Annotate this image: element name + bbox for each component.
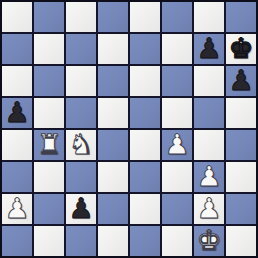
square-e5[interactable]	[130, 98, 160, 128]
square-g3[interactable]: ♟	[194, 162, 224, 192]
piece-white-pawn[interactable]: ♟	[2, 194, 32, 224]
square-b3[interactable]	[34, 162, 64, 192]
piece-black-pawn[interactable]: ♟	[66, 194, 96, 224]
square-b4[interactable]: ♜	[34, 130, 64, 160]
piece-white-pawn[interactable]: ♟	[162, 130, 192, 160]
square-e2[interactable]	[130, 194, 160, 224]
piece-black-pawn[interactable]: ♟	[226, 66, 256, 96]
square-g7[interactable]: ♟	[194, 34, 224, 64]
square-g2[interactable]: ♟	[194, 194, 224, 224]
square-a3[interactable]	[2, 162, 32, 192]
square-h6[interactable]: ♟	[226, 66, 256, 96]
square-c4[interactable]: ♞	[66, 130, 96, 160]
square-e7[interactable]	[130, 34, 160, 64]
square-b6[interactable]	[34, 66, 64, 96]
square-e8[interactable]	[130, 2, 160, 32]
square-c7[interactable]	[66, 34, 96, 64]
piece-white-king[interactable]: ♚	[194, 226, 224, 256]
square-f2[interactable]	[162, 194, 192, 224]
square-f8[interactable]	[162, 2, 192, 32]
square-b7[interactable]	[34, 34, 64, 64]
square-g5[interactable]	[194, 98, 224, 128]
square-a5[interactable]: ♟	[2, 98, 32, 128]
chess-board: ♟♚♟♟♜♞♟♟♟♟♟♚	[0, 0, 258, 258]
square-e6[interactable]	[130, 66, 160, 96]
square-h2[interactable]	[226, 194, 256, 224]
square-d8[interactable]	[98, 2, 128, 32]
square-b2[interactable]	[34, 194, 64, 224]
square-f1[interactable]	[162, 226, 192, 256]
square-g8[interactable]	[194, 2, 224, 32]
piece-black-pawn[interactable]: ♟	[194, 34, 224, 64]
square-b5[interactable]	[34, 98, 64, 128]
square-a2[interactable]: ♟	[2, 194, 32, 224]
square-f3[interactable]	[162, 162, 192, 192]
square-b1[interactable]	[34, 226, 64, 256]
square-f6[interactable]	[162, 66, 192, 96]
square-b8[interactable]	[34, 2, 64, 32]
square-e1[interactable]	[130, 226, 160, 256]
square-c8[interactable]	[66, 2, 96, 32]
square-a6[interactable]	[2, 66, 32, 96]
piece-white-pawn[interactable]: ♟	[194, 194, 224, 224]
square-d7[interactable]	[98, 34, 128, 64]
square-h7[interactable]: ♚	[226, 34, 256, 64]
square-a7[interactable]	[2, 34, 32, 64]
square-h8[interactable]	[226, 2, 256, 32]
square-c5[interactable]	[66, 98, 96, 128]
square-a8[interactable]	[2, 2, 32, 32]
square-c2[interactable]: ♟	[66, 194, 96, 224]
chess-board-window: ♟♚♟♟♜♞♟♟♟♟♟♚	[0, 0, 258, 258]
piece-black-king[interactable]: ♚	[226, 34, 256, 64]
square-e4[interactable]	[130, 130, 160, 160]
square-d5[interactable]	[98, 98, 128, 128]
square-g6[interactable]	[194, 66, 224, 96]
square-a1[interactable]	[2, 226, 32, 256]
square-g1[interactable]: ♚	[194, 226, 224, 256]
square-a4[interactable]	[2, 130, 32, 160]
square-h4[interactable]	[226, 130, 256, 160]
square-h3[interactable]	[226, 162, 256, 192]
square-h5[interactable]	[226, 98, 256, 128]
square-d4[interactable]	[98, 130, 128, 160]
square-c1[interactable]	[66, 226, 96, 256]
square-f4[interactable]: ♟	[162, 130, 192, 160]
piece-white-rook[interactable]: ♜	[34, 130, 64, 160]
piece-white-knight[interactable]: ♞	[66, 130, 96, 160]
piece-white-pawn[interactable]: ♟	[194, 162, 224, 192]
square-d2[interactable]	[98, 194, 128, 224]
square-f5[interactable]	[162, 98, 192, 128]
square-c3[interactable]	[66, 162, 96, 192]
square-g4[interactable]	[194, 130, 224, 160]
piece-black-pawn[interactable]: ♟	[2, 98, 32, 128]
square-c6[interactable]	[66, 66, 96, 96]
square-d3[interactable]	[98, 162, 128, 192]
square-h1[interactable]	[226, 226, 256, 256]
square-d6[interactable]	[98, 66, 128, 96]
square-e3[interactable]	[130, 162, 160, 192]
square-d1[interactable]	[98, 226, 128, 256]
square-f7[interactable]	[162, 34, 192, 64]
